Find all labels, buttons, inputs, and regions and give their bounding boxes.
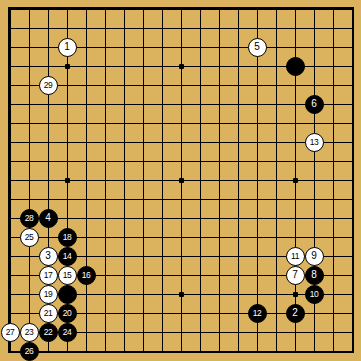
stone-black-4: 4 <box>39 209 58 228</box>
stone-black-12: 12 <box>248 304 267 323</box>
stone-white-5: 5 <box>248 38 267 57</box>
grid-line-vertical <box>238 9 239 352</box>
move-number-label: 11 <box>291 251 299 260</box>
move-number-label: 7 <box>292 270 297 280</box>
stone-white-9: 9 <box>305 247 324 266</box>
move-number-label: 16 <box>82 270 91 279</box>
move-number-label: 18 <box>63 232 72 241</box>
grid-line-horizontal <box>10 199 353 200</box>
move-number-label: 28 <box>25 213 34 222</box>
stone-black-24: 24 <box>58 323 77 342</box>
stone-white-17: 17 <box>39 266 58 285</box>
move-number-label: 23 <box>25 327 34 336</box>
grid-line-vertical <box>333 9 334 352</box>
stone-white-25: 25 <box>20 228 39 247</box>
stone-white-29: 29 <box>39 76 58 95</box>
move-number-label: 9 <box>311 251 316 261</box>
stone-black-20: 20 <box>58 304 77 323</box>
star-point <box>179 178 184 183</box>
stone-black-6: 6 <box>305 95 324 114</box>
star-point <box>179 292 184 297</box>
grid-line-vertical <box>276 9 277 352</box>
move-number-label: 22 <box>44 327 53 336</box>
star-point <box>65 64 70 69</box>
stone-black-handicap <box>58 285 77 304</box>
move-number-label: 15 <box>63 270 72 279</box>
stone-white-3: 3 <box>39 247 58 266</box>
stone-black-28: 28 <box>20 209 39 228</box>
stone-black-2: 2 <box>286 304 305 323</box>
stone-white-19: 19 <box>39 285 58 304</box>
stone-black-handicap <box>286 57 305 76</box>
move-number-label: 12 <box>253 308 262 317</box>
move-number-label: 2 <box>292 308 297 318</box>
move-number-label: 10 <box>310 289 319 298</box>
move-number-label: 21 <box>44 308 53 317</box>
grid-line-vertical <box>352 9 353 352</box>
go-board: 1234567891011121314151617181920212223242… <box>0 0 361 361</box>
move-number-label: 4 <box>45 213 50 223</box>
move-number-label: 1 <box>64 42 69 52</box>
grid-line-vertical <box>200 9 201 352</box>
grid-line-horizontal <box>10 218 353 219</box>
stone-white-15: 15 <box>58 266 77 285</box>
move-number-label: 19 <box>44 289 53 298</box>
grid-line-vertical <box>219 9 220 352</box>
stone-black-14: 14 <box>58 247 77 266</box>
stone-black-10: 10 <box>305 285 324 304</box>
move-number-label: 24 <box>63 327 72 336</box>
star-point <box>65 178 70 183</box>
stone-black-16: 16 <box>77 266 96 285</box>
stone-white-13: 13 <box>305 133 324 152</box>
stone-black-26: 26 <box>20 342 39 361</box>
move-number-label: 20 <box>63 308 72 317</box>
star-point <box>179 64 184 69</box>
move-number-label: 26 <box>25 346 34 355</box>
move-number-label: 3 <box>45 251 50 261</box>
stone-black-8: 8 <box>305 266 324 285</box>
stone-white-23: 23 <box>20 323 39 342</box>
stone-black-18: 18 <box>58 228 77 247</box>
move-number-label: 25 <box>25 232 34 241</box>
move-number-label: 13 <box>310 137 319 146</box>
move-number-label: 14 <box>63 251 72 260</box>
move-number-label: 5 <box>254 42 259 52</box>
star-point <box>293 178 298 183</box>
move-number-label: 8 <box>311 270 316 280</box>
move-number-label: 6 <box>311 99 316 109</box>
star-point <box>293 292 298 297</box>
stone-white-27: 27 <box>1 323 20 342</box>
stone-white-7: 7 <box>286 266 305 285</box>
move-number-label: 27 <box>6 327 15 336</box>
stone-white-1: 1 <box>58 38 77 57</box>
stone-white-21: 21 <box>39 304 58 323</box>
move-number-label: 17 <box>44 270 53 279</box>
grid-line-vertical <box>257 9 258 352</box>
grid-line-horizontal <box>10 351 353 352</box>
stone-black-22: 22 <box>39 323 58 342</box>
move-number-label: 29 <box>44 80 53 89</box>
stone-white-11: 11 <box>286 247 305 266</box>
